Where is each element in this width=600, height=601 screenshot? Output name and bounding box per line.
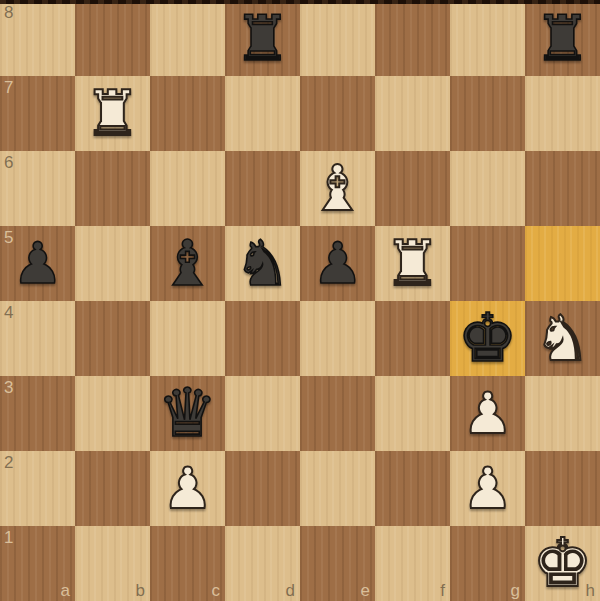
- piece-black-pawn-e5[interactable]: ♟: [312, 226, 363, 301]
- square-d1[interactable]: d: [225, 526, 300, 601]
- square-d8[interactable]: ♜: [225, 1, 300, 76]
- square-g2[interactable]: ♟: [450, 451, 525, 526]
- square-g4[interactable]: ♚: [450, 301, 525, 376]
- square-e5[interactable]: ♟: [300, 226, 375, 301]
- square-h7[interactable]: [525, 76, 600, 151]
- square-g3[interactable]: ♟: [450, 376, 525, 451]
- rank-label-1: 1: [4, 529, 13, 546]
- square-e1[interactable]: e: [300, 526, 375, 601]
- board-top-edge: [0, 0, 600, 4]
- piece-white-pawn-g3[interactable]: ♟: [462, 376, 513, 451]
- square-b8[interactable]: [75, 1, 150, 76]
- square-a3[interactable]: 3: [0, 376, 75, 451]
- board-grid: 8♜♜7♜6♝5♟♝♞♟♜4♚♞3♛♟2♟♟1abcdefgh♚: [0, 1, 600, 601]
- rank-label-8: 8: [4, 4, 13, 21]
- square-g7[interactable]: [450, 76, 525, 151]
- piece-black-rook-d8[interactable]: ♜: [234, 1, 290, 76]
- square-a2[interactable]: 2: [0, 451, 75, 526]
- square-f7[interactable]: [375, 76, 450, 151]
- piece-white-pawn-c2[interactable]: ♟: [162, 451, 213, 526]
- square-g8[interactable]: [450, 1, 525, 76]
- square-f1[interactable]: f: [375, 526, 450, 601]
- square-b4[interactable]: [75, 301, 150, 376]
- piece-black-pawn-a5[interactable]: ♟: [12, 226, 63, 301]
- square-h2[interactable]: [525, 451, 600, 526]
- square-a7[interactable]: 7: [0, 76, 75, 151]
- square-a4[interactable]: 4: [0, 301, 75, 376]
- square-g6[interactable]: [450, 151, 525, 226]
- chess-board: 8♜♜7♜6♝5♟♝♞♟♜4♚♞3♛♟2♟♟1abcdefgh♚: [0, 0, 600, 601]
- square-e4[interactable]: [300, 301, 375, 376]
- file-label-e: e: [361, 582, 370, 599]
- square-b2[interactable]: [75, 451, 150, 526]
- square-e6[interactable]: ♝: [300, 151, 375, 226]
- square-h5[interactable]: [525, 226, 600, 301]
- square-c2[interactable]: ♟: [150, 451, 225, 526]
- piece-white-rook-f5[interactable]: ♜: [384, 226, 440, 301]
- square-c3[interactable]: ♛: [150, 376, 225, 451]
- square-f4[interactable]: [375, 301, 450, 376]
- square-a6[interactable]: 6: [0, 151, 75, 226]
- piece-white-rook-b7[interactable]: ♜: [84, 76, 140, 151]
- square-g5[interactable]: [450, 226, 525, 301]
- square-c5[interactable]: ♝: [150, 226, 225, 301]
- square-b5[interactable]: [75, 226, 150, 301]
- square-b7[interactable]: ♜: [75, 76, 150, 151]
- square-d4[interactable]: [225, 301, 300, 376]
- square-h6[interactable]: [525, 151, 600, 226]
- square-f2[interactable]: [375, 451, 450, 526]
- square-d7[interactable]: [225, 76, 300, 151]
- file-label-c: c: [212, 582, 221, 599]
- rank-label-7: 7: [4, 79, 13, 96]
- square-h4[interactable]: ♞: [525, 301, 600, 376]
- file-label-d: d: [286, 582, 295, 599]
- square-c4[interactable]: [150, 301, 225, 376]
- square-g1[interactable]: g: [450, 526, 525, 601]
- piece-black-king-g4[interactable]: ♚: [457, 301, 517, 376]
- square-h1[interactable]: h♚: [525, 526, 600, 601]
- square-c7[interactable]: [150, 76, 225, 151]
- square-d2[interactable]: [225, 451, 300, 526]
- piece-black-knight-d5[interactable]: ♞: [234, 226, 290, 301]
- square-d3[interactable]: [225, 376, 300, 451]
- square-e3[interactable]: [300, 376, 375, 451]
- file-label-f: f: [440, 582, 445, 599]
- square-h3[interactable]: [525, 376, 600, 451]
- piece-black-rook-h8[interactable]: ♜: [534, 1, 590, 76]
- piece-black-queen-c3[interactable]: ♛: [157, 376, 217, 451]
- square-f5[interactable]: ♜: [375, 226, 450, 301]
- square-d5[interactable]: ♞: [225, 226, 300, 301]
- square-c6[interactable]: [150, 151, 225, 226]
- rank-label-3: 3: [4, 379, 13, 396]
- square-f6[interactable]: [375, 151, 450, 226]
- square-a5[interactable]: 5♟: [0, 226, 75, 301]
- square-b3[interactable]: [75, 376, 150, 451]
- square-e8[interactable]: [300, 1, 375, 76]
- square-b1[interactable]: b: [75, 526, 150, 601]
- piece-white-king-h1[interactable]: ♚: [532, 526, 592, 601]
- square-h8[interactable]: ♜: [525, 1, 600, 76]
- square-a8[interactable]: 8: [0, 1, 75, 76]
- piece-white-bishop-e6[interactable]: ♝: [309, 151, 365, 226]
- square-d6[interactable]: [225, 151, 300, 226]
- file-label-b: b: [136, 582, 145, 599]
- square-e7[interactable]: [300, 76, 375, 151]
- rank-label-6: 6: [4, 154, 13, 171]
- rank-label-4: 4: [4, 304, 13, 321]
- square-c8[interactable]: [150, 1, 225, 76]
- file-label-g: g: [511, 582, 520, 599]
- square-e2[interactable]: [300, 451, 375, 526]
- square-f3[interactable]: [375, 376, 450, 451]
- square-a1[interactable]: 1a: [0, 526, 75, 601]
- square-b6[interactable]: [75, 151, 150, 226]
- piece-white-knight-h4[interactable]: ♞: [534, 301, 590, 376]
- piece-black-bishop-c5[interactable]: ♝: [159, 226, 215, 301]
- square-f8[interactable]: [375, 1, 450, 76]
- square-c1[interactable]: c: [150, 526, 225, 601]
- rank-label-2: 2: [4, 454, 13, 471]
- file-label-a: a: [61, 582, 70, 599]
- piece-white-pawn-g2[interactable]: ♟: [462, 451, 513, 526]
